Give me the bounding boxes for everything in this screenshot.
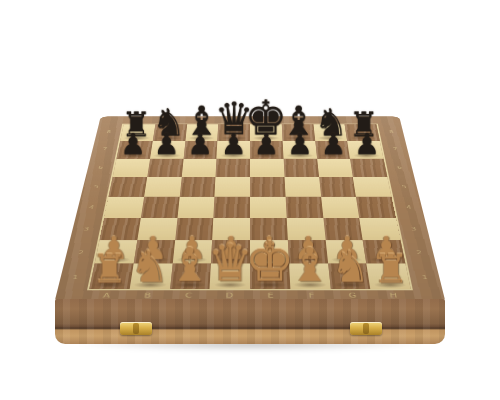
rank-label-6: 6	[86, 158, 115, 177]
square-g1: ♞	[328, 264, 371, 289]
white-rook-a1: ♜	[92, 250, 127, 287]
square-c5	[179, 177, 215, 197]
square-e4	[250, 197, 286, 218]
white-bishop-c1: ♝	[169, 244, 210, 288]
square-a7: ♟	[117, 141, 153, 159]
square-c7: ♟	[183, 141, 217, 159]
rank-label-1: 1	[57, 265, 92, 291]
square-c4	[177, 197, 215, 218]
square-b7: ♟	[150, 141, 185, 159]
white-knight-g1: ♞	[331, 247, 370, 288]
black-pawn-h7: ♟	[354, 130, 380, 157]
white-knight-b1: ♞	[130, 247, 169, 288]
square-h4	[356, 197, 396, 218]
square-h7: ♟	[347, 141, 383, 159]
square-e5	[250, 177, 285, 197]
square-e7: ♟	[250, 141, 283, 159]
rank-label-7: 7	[90, 140, 118, 158]
square-g7: ♟	[315, 141, 350, 159]
square-d4	[214, 197, 250, 218]
square-b1: ♞	[129, 264, 172, 289]
rank-label-4: 4	[393, 197, 424, 218]
rank-label-2: 2	[402, 241, 436, 265]
square-g5	[319, 177, 356, 197]
black-pawn-a7: ♟	[120, 130, 146, 157]
square-d5	[215, 177, 250, 197]
square-e1: ♚	[250, 264, 290, 289]
square-c1: ♝	[170, 264, 212, 289]
black-pawn-f7: ♟	[287, 130, 313, 157]
white-bishop-f1: ♝	[289, 244, 330, 288]
rank-label-3: 3	[70, 218, 102, 241]
square-f1: ♝	[289, 264, 331, 289]
square-b4	[141, 197, 180, 218]
square-h1: ♜	[367, 264, 411, 289]
square-a4	[104, 197, 144, 218]
black-pawn-e7: ♟	[254, 130, 280, 157]
square-h5	[353, 177, 391, 197]
box-front-face	[55, 299, 445, 344]
square-g4	[321, 197, 360, 218]
square-d7: ♟	[217, 141, 250, 159]
square-a1: ♜	[89, 264, 133, 289]
rank-label-5: 5	[81, 177, 111, 197]
board-grid: ♜♞♝♛♚♝♞♜♟♟♟♟♟♟♟♟♟♟♟♟♟♟♟♟♜♞♝♛♚♝♞♜	[89, 124, 410, 289]
square-f4	[285, 197, 323, 218]
black-pawn-d7: ♟	[220, 130, 246, 157]
square-f5	[284, 177, 320, 197]
chess-board: 12345678 12345678 ABCDEFGH ♜♞♝♛♚♝♞♜♟♟♟♟♟…	[55, 116, 445, 300]
black-pawn-g7: ♟	[320, 130, 346, 157]
rank-label-3: 3	[398, 218, 430, 241]
white-queen-d1: ♛	[207, 239, 253, 288]
rank-label-8: 8	[378, 124, 405, 141]
brass-clasp-right-icon	[350, 322, 382, 335]
white-rook-h1: ♜	[373, 250, 408, 287]
rank-label-4: 4	[75, 197, 106, 218]
chess-box-photo: 12345678 12345678 ABCDEFGH ♜♞♝♛♚♝♞♜♟♟♟♟♟…	[0, 0, 500, 400]
brass-clasp-left-icon	[120, 322, 152, 335]
square-d1: ♛	[210, 264, 250, 289]
square-a5	[109, 177, 147, 197]
square-b5	[144, 177, 181, 197]
rank-label-2: 2	[64, 241, 98, 265]
rank-label-6: 6	[385, 158, 414, 177]
black-pawn-c7: ♟	[187, 130, 213, 157]
rank-label-5: 5	[389, 177, 419, 197]
black-pawn-b7: ♟	[154, 130, 180, 157]
rank-label-1: 1	[408, 265, 443, 291]
rank-label-8: 8	[95, 124, 122, 141]
rank-label-7: 7	[381, 140, 409, 158]
board-maple-trim: ♜♞♝♛♚♝♞♜♟♟♟♟♟♟♟♟♟♟♟♟♟♟♟♟♜♞♝♛♚♝♞♜	[87, 124, 413, 291]
square-f7: ♟	[282, 141, 316, 159]
